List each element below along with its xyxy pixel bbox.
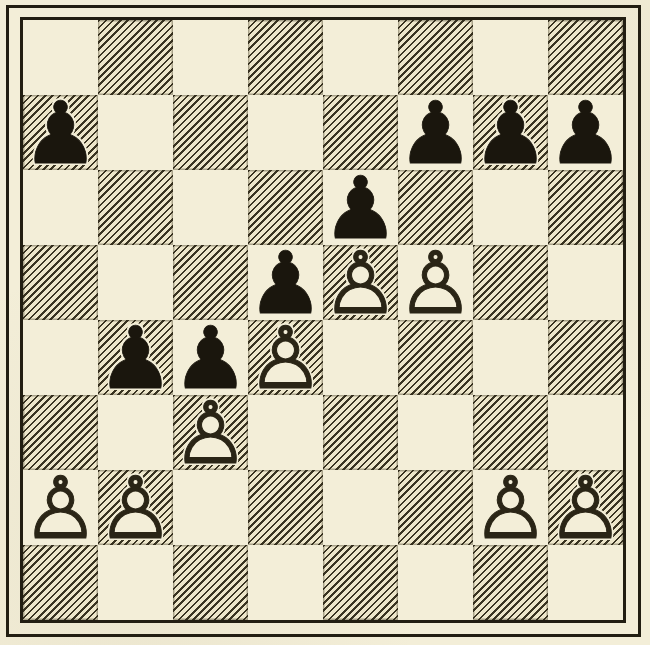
board-frame: ♟♟♟♟♟♟♟♙♟♙♟♟♟♙♟♙♟♙♟♙♟♙♟♙: [20, 17, 626, 623]
square-e3: [323, 395, 398, 470]
square-a5: [23, 245, 98, 320]
square-g2: ♟♙: [473, 470, 548, 545]
square-e8: [323, 20, 398, 95]
square-f3: [398, 395, 473, 470]
black-pawn: ♟: [472, 90, 549, 176]
black-pawn: ♟: [547, 90, 624, 176]
square-a2: ♟♙: [23, 470, 98, 545]
black-pawn: ♟: [97, 315, 174, 401]
square-e5: ♟♙: [323, 245, 398, 320]
square-g5: [473, 245, 548, 320]
square-c1: [173, 545, 248, 620]
square-b2: ♟♙: [98, 470, 173, 545]
square-b4: ♟: [98, 320, 173, 395]
black-pawn: ♟: [22, 90, 99, 176]
square-f5: ♟♙: [398, 245, 473, 320]
white-pawn-outline: ♙: [97, 465, 174, 551]
square-c6: [173, 170, 248, 245]
square-d8: [248, 20, 323, 95]
white-pawn: ♟♙: [172, 390, 249, 476]
white-pawn: ♟♙: [472, 465, 549, 551]
square-a4: [23, 320, 98, 395]
chess-board: ♟♟♟♟♟♟♟♙♟♙♟♟♟♙♟♙♟♙♟♙♟♙♟♙: [23, 20, 623, 620]
black-pawn: ♟: [397, 90, 474, 176]
diagram-outer-frame: ♟♟♟♟♟♟♟♙♟♙♟♟♟♙♟♙♟♙♟♙♟♙♟♙: [6, 5, 641, 637]
square-b6: [98, 170, 173, 245]
square-c3: ♟♙: [173, 395, 248, 470]
white-pawn-outline: ♙: [247, 315, 324, 401]
white-pawn-outline: ♙: [22, 465, 99, 551]
white-pawn-outline: ♙: [397, 240, 474, 326]
white-pawn: ♟♙: [22, 465, 99, 551]
white-pawn-outline: ♙: [322, 240, 399, 326]
white-pawn-outline: ♙: [172, 390, 249, 476]
square-b7: [98, 95, 173, 170]
square-d4: ♟♙: [248, 320, 323, 395]
scanned-book-page: ♟♟♟♟♟♟♟♙♟♙♟♟♟♙♟♙♟♙♟♙♟♙♟♙: [0, 0, 650, 645]
white-pawn: ♟♙: [247, 315, 324, 401]
square-c7: [173, 95, 248, 170]
square-a7: ♟: [23, 95, 98, 170]
white-pawn: ♟♙: [547, 465, 624, 551]
square-e1: [323, 545, 398, 620]
square-f2: [398, 470, 473, 545]
square-d2: [248, 470, 323, 545]
square-f7: ♟: [398, 95, 473, 170]
square-h2: ♟♙: [548, 470, 623, 545]
square-b8: [98, 20, 173, 95]
white-pawn-outline: ♙: [472, 465, 549, 551]
square-d7: [248, 95, 323, 170]
white-pawn: ♟♙: [322, 240, 399, 326]
square-g4: [473, 320, 548, 395]
white-pawn-outline: ♙: [547, 465, 624, 551]
white-pawn: ♟♙: [397, 240, 474, 326]
square-f1: [398, 545, 473, 620]
square-h7: ♟: [548, 95, 623, 170]
square-c8: [173, 20, 248, 95]
square-h5: [548, 245, 623, 320]
square-h4: [548, 320, 623, 395]
white-pawn: ♟♙: [97, 465, 174, 551]
square-e2: [323, 470, 398, 545]
square-g7: ♟: [473, 95, 548, 170]
square-d1: [248, 545, 323, 620]
